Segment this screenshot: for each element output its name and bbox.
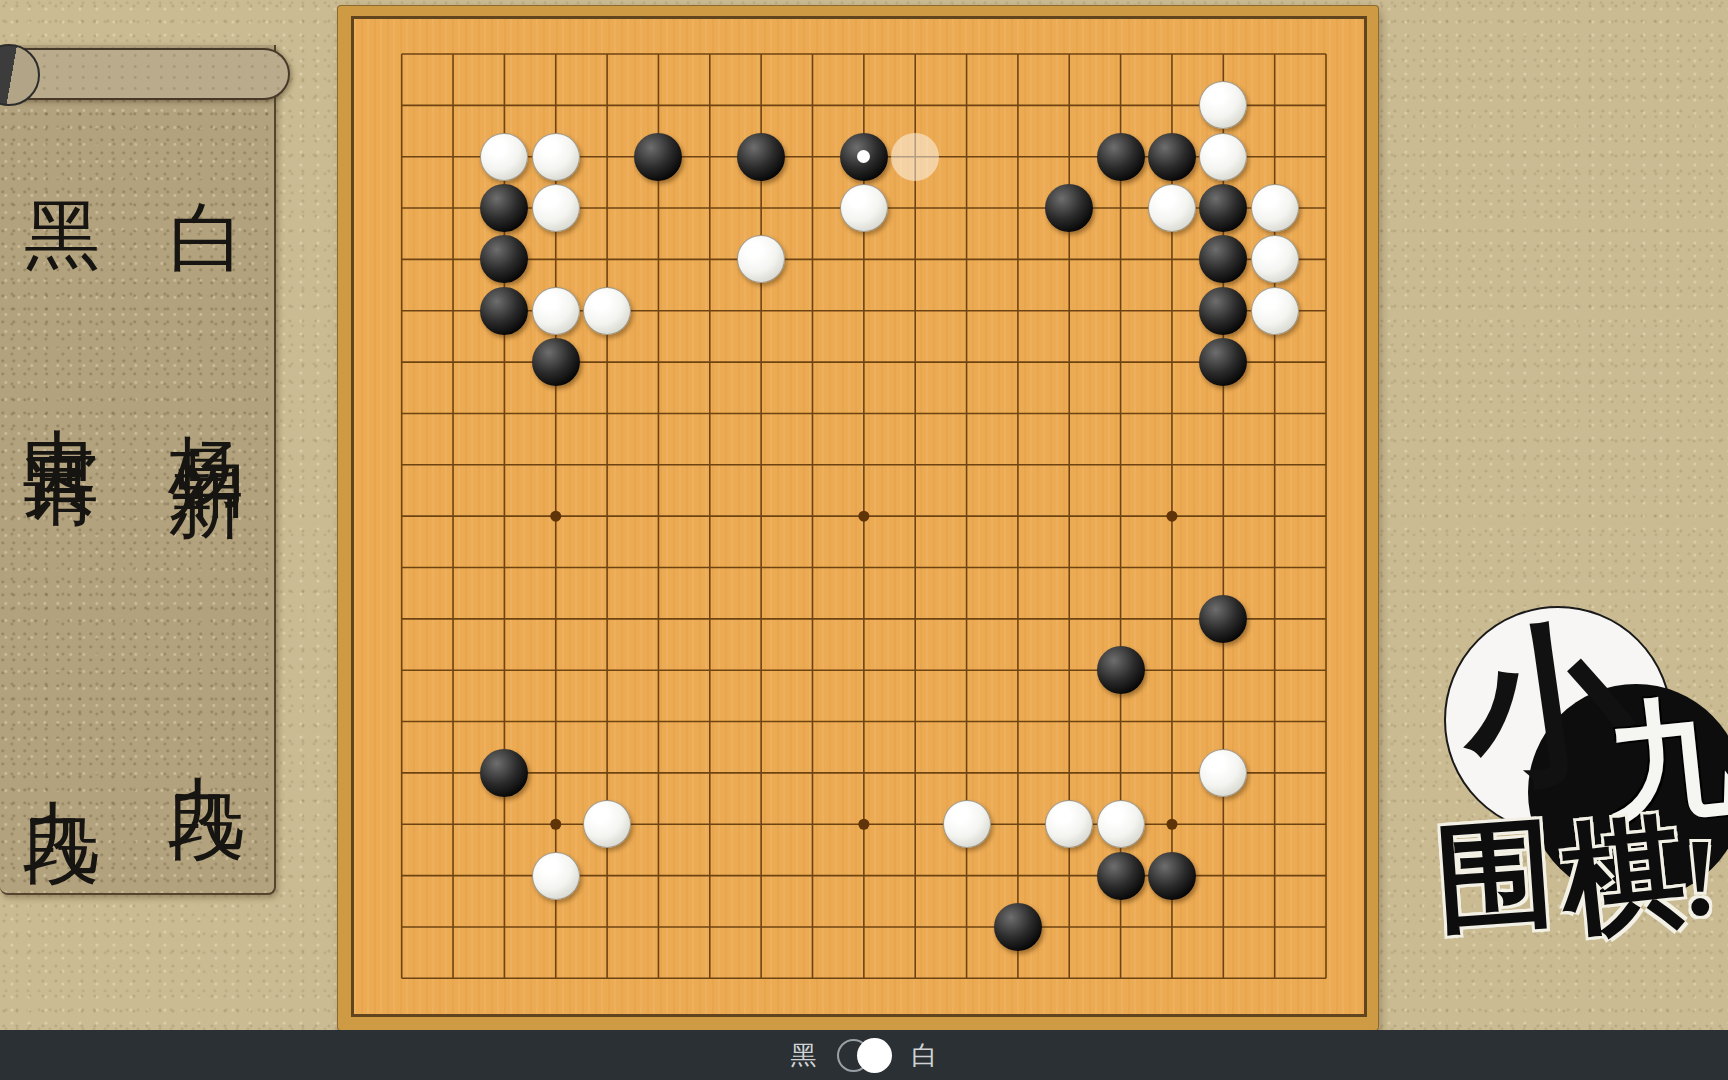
black-label: 黑 <box>17 197 107 273</box>
stone-white[interactable] <box>1199 133 1247 181</box>
stone-black[interactable] <box>634 133 682 181</box>
stone-white[interactable] <box>1148 184 1196 232</box>
logo-char-wei: 围 <box>1432 814 1558 940</box>
stone-white[interactable] <box>943 800 991 848</box>
black-player-rank: 九段 <box>17 739 107 765</box>
stone-white[interactable] <box>532 287 580 335</box>
stone-black[interactable] <box>1148 852 1196 900</box>
stone-black[interactable] <box>1199 595 1247 643</box>
stone-white[interactable] <box>1199 749 1247 797</box>
stone-white[interactable] <box>1251 184 1299 232</box>
scroll-top-bar <box>0 48 290 100</box>
toggle-white-circle-icon[interactable] <box>857 1038 892 1073</box>
stone-white[interactable] <box>532 133 580 181</box>
stone-white[interactable] <box>583 800 631 848</box>
white-player-name: 杨鼎新 <box>162 375 252 414</box>
black-player-name: 申真谞 <box>17 368 107 407</box>
toggle-black-label: 黑 <box>791 1038 817 1073</box>
stone-white[interactable] <box>480 133 528 181</box>
stone-white[interactable] <box>1251 235 1299 283</box>
stone-black[interactable] <box>1045 184 1093 232</box>
ghost-stone-preview[interactable] <box>891 133 939 181</box>
stone-black[interactable] <box>1097 646 1145 694</box>
stone-white[interactable] <box>532 852 580 900</box>
stone-black[interactable] <box>1097 133 1145 181</box>
stone-black[interactable] <box>480 287 528 335</box>
player-panel: 黑 白 申真谞 杨鼎新 九段 九段 <box>0 45 276 895</box>
stone-black[interactable] <box>737 133 785 181</box>
stone-black[interactable] <box>1097 852 1145 900</box>
logo-char-exclaim: ! <box>1682 822 1719 932</box>
logo-char-qi: 棋 <box>1556 810 1690 944</box>
stone-white[interactable] <box>583 287 631 335</box>
stone-white[interactable] <box>532 184 580 232</box>
stone-black[interactable] <box>1148 133 1196 181</box>
stone-white[interactable] <box>840 184 888 232</box>
stone-white[interactable] <box>1251 287 1299 335</box>
stone-black[interactable] <box>532 338 580 386</box>
black-white-toggle[interactable] <box>837 1038 892 1073</box>
stone-black[interactable] <box>480 749 528 797</box>
stone-white[interactable] <box>1097 800 1145 848</box>
bottom-toolbar: 黑 白 <box>0 1030 1728 1080</box>
toggle-white-label: 白 <box>912 1038 938 1073</box>
white-player-rank: 九段 <box>162 715 252 741</box>
white-label: 白 <box>162 200 252 276</box>
stone-black[interactable] <box>840 133 888 181</box>
app-logo: 小 九 围 棋 ! <box>1400 560 1728 960</box>
last-move-marker <box>857 150 870 163</box>
stone-black[interactable] <box>1199 184 1247 232</box>
go-board[interactable] <box>338 6 1378 1030</box>
stone-black[interactable] <box>1199 287 1247 335</box>
stone-black[interactable] <box>994 903 1042 951</box>
